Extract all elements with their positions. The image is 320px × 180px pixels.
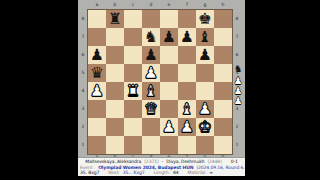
coord-label: 6	[80, 46, 86, 64]
white-king-g2: ♚	[196, 118, 214, 136]
video-frame: abcdefgh abcdefgh 87654321 87654321 ♜♚♞♟…	[0, 0, 320, 180]
square-f2: ♟	[178, 118, 196, 136]
square-f4	[178, 82, 196, 100]
coord-label: 2	[234, 118, 240, 136]
white-pawn-g3: ♟	[196, 100, 214, 118]
file-labels-top: abcdefgh	[88, 2, 232, 8]
square-a1	[88, 136, 106, 154]
square-f3: ♝	[178, 100, 196, 118]
square-h3	[214, 100, 232, 118]
square-c6	[124, 46, 142, 64]
coord-label: 8	[80, 10, 86, 28]
black-pawn-d6: ♟	[142, 46, 160, 64]
square-h5	[214, 64, 232, 82]
white-pawn-icon: ♟	[234, 96, 243, 106]
white-pawn-d5: ♟	[142, 64, 160, 82]
square-f8	[178, 10, 196, 28]
square-g6: ♟	[196, 46, 214, 64]
length-label: Length:	[154, 170, 170, 175]
square-h8	[214, 10, 232, 28]
square-b1	[106, 136, 124, 154]
square-g8: ♚	[196, 10, 214, 28]
square-g4	[196, 82, 214, 100]
square-c2	[124, 118, 142, 136]
coord-label: 1	[80, 136, 86, 154]
event-link[interactable]: Olympiad Women 2024, Budapest HUN	[98, 165, 193, 170]
material-value: =	[209, 170, 213, 175]
square-d5: ♟	[142, 64, 160, 82]
event-label: Event :	[80, 165, 95, 170]
black-pawn-a6: ♟	[88, 46, 106, 64]
white-pawn-e2: ♟	[160, 118, 178, 136]
rank-labels-left: 87654321	[80, 10, 86, 154]
coord-label: 8	[234, 10, 240, 28]
square-c4: ♜	[124, 82, 142, 100]
square-a2	[88, 118, 106, 136]
square-b3	[106, 100, 124, 118]
square-e8	[160, 10, 178, 28]
coord-label: 3	[80, 100, 86, 118]
square-c7	[124, 28, 142, 46]
black-knight-icon: ♞	[234, 64, 243, 74]
square-b7	[106, 28, 124, 46]
square-d7: ♞	[142, 28, 160, 46]
game-result: 0-1	[231, 159, 238, 164]
square-d4: ♝	[142, 82, 160, 100]
white-player-name: Maltsevskaya, Aleksandra	[85, 159, 141, 164]
square-e6	[160, 46, 178, 64]
coord-label: c	[124, 2, 142, 8]
square-h2	[214, 118, 232, 136]
square-f7: ♟	[178, 28, 196, 46]
event-detail: (2024.09.16, Round 6.3)	[196, 165, 245, 170]
coord-label: 5	[80, 64, 86, 82]
coord-label: 7	[234, 28, 240, 46]
black-player-name: Divya, Deshmukh	[166, 159, 204, 164]
next-move-label: Next:	[108, 170, 120, 175]
square-a3	[88, 100, 106, 118]
coord-label: 7	[80, 28, 86, 46]
square-a8	[88, 10, 106, 28]
coord-label: 6	[234, 46, 240, 64]
coord-label: 1	[234, 136, 240, 154]
white-pawn-f2: ♟	[178, 118, 196, 136]
black-pawn-g6: ♟	[196, 46, 214, 64]
square-e3	[160, 100, 178, 118]
square-g3: ♟	[196, 100, 214, 118]
coord-label: g	[196, 2, 214, 8]
square-b5	[106, 64, 124, 82]
square-g1	[196, 136, 214, 154]
black-rook-b8: ♜	[106, 10, 124, 28]
board-panel: abcdefgh abcdefgh 87654321 87654321 ♜♚♞♟…	[78, 0, 245, 157]
square-c3	[124, 100, 142, 118]
square-c5	[124, 64, 142, 82]
players-line: Maltsevskaya, Aleksandra(2371)-Divya, De…	[80, 159, 243, 165]
square-e2: ♟	[160, 118, 178, 136]
length-value: 84	[173, 170, 179, 175]
square-e4	[160, 82, 178, 100]
square-a4: ♟	[88, 82, 106, 100]
coord-label: 4	[80, 82, 86, 100]
white-bishop-f3: ♝	[178, 100, 196, 118]
square-d8	[142, 10, 160, 28]
material-label: Material:	[187, 170, 206, 175]
square-c8	[124, 10, 142, 28]
square-d2	[142, 118, 160, 136]
white-pawn-a4: ♟	[88, 82, 106, 100]
square-a6: ♟	[88, 46, 106, 64]
square-h4	[214, 82, 232, 100]
square-f5	[178, 64, 196, 82]
coord-label: e	[160, 2, 178, 8]
square-h1	[214, 136, 232, 154]
next-move-value: 35... Kxg7	[123, 170, 145, 175]
square-g5	[196, 64, 214, 82]
square-b2	[106, 118, 124, 136]
white-player-rating: (2371)	[144, 159, 158, 164]
white-queen-d3: ♛	[142, 100, 160, 118]
square-e7: ♟	[160, 28, 178, 46]
square-b4	[106, 82, 124, 100]
square-d1	[142, 136, 160, 154]
coord-label: 2	[80, 118, 86, 136]
square-e1	[160, 136, 178, 154]
black-pawn-f7: ♟	[178, 28, 196, 46]
white-bishop-d4: ♝	[142, 82, 160, 100]
chess-board: ♜♚♞♟♟♝♟♟♟♛♟♟♜♝♛♝♟♟♟♚	[87, 9, 233, 155]
square-f1	[178, 136, 196, 154]
coord-label: b	[106, 2, 124, 8]
black-knight-d7: ♞	[142, 28, 160, 46]
square-b6	[106, 46, 124, 64]
coord-label: d	[142, 2, 160, 8]
white-rook-c4: ♜	[124, 82, 142, 100]
square-g2: ♚	[196, 118, 214, 136]
vs-dash: -	[162, 159, 164, 164]
coord-label: f	[178, 2, 196, 8]
black-pawn-e7: ♟	[160, 28, 178, 46]
square-d6: ♟	[142, 46, 160, 64]
coord-label: a	[88, 2, 106, 8]
black-bishop-g7: ♝	[196, 28, 214, 46]
black-king-g8: ♚	[196, 10, 214, 28]
black-queen-a5: ♛	[88, 64, 106, 82]
coord-label: h	[214, 2, 232, 8]
square-a5: ♛	[88, 64, 106, 82]
square-c1	[124, 136, 142, 154]
square-a7	[88, 28, 106, 46]
square-b8: ♜	[106, 10, 124, 28]
status-line: 35. Bxg7Next:35... Kxg7Length:84Material…	[80, 170, 243, 176]
square-g7: ♝	[196, 28, 214, 46]
square-d3: ♛	[142, 100, 160, 118]
square-h7	[214, 28, 232, 46]
game-info-caption: Maltsevskaya, Aleksandra(2371)-Divya, De…	[78, 157, 245, 176]
black-player-rating: (2448)	[207, 159, 221, 164]
square-h6	[214, 46, 232, 64]
current-move: 35. Bxg7	[80, 170, 99, 175]
captured-pieces-tray: ♞♟♟♟	[232, 64, 244, 106]
square-f6	[178, 46, 196, 64]
square-e5	[160, 64, 178, 82]
